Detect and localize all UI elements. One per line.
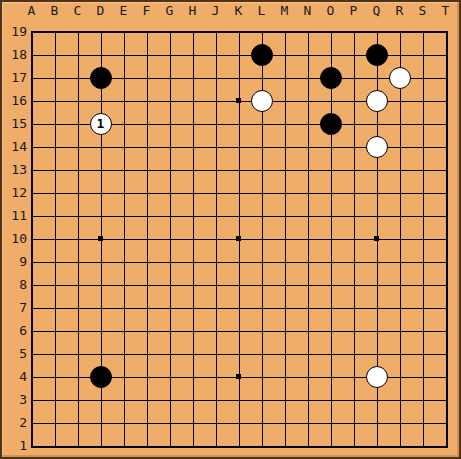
col-label-Q: Q bbox=[365, 3, 388, 18]
intersection-F13 bbox=[136, 159, 159, 182]
intersection-C4 bbox=[67, 366, 90, 389]
intersection-O14 bbox=[320, 136, 343, 159]
intersection-G19 bbox=[159, 21, 182, 44]
intersection-G4 bbox=[159, 366, 182, 389]
intersection-C9 bbox=[67, 251, 90, 274]
row-label-10: 10 bbox=[0, 231, 27, 246]
intersection-F10 bbox=[136, 228, 159, 251]
intersection-G18 bbox=[159, 44, 182, 67]
intersection-D11 bbox=[90, 205, 113, 228]
intersection-H8 bbox=[182, 274, 205, 297]
intersection-C2 bbox=[67, 412, 90, 435]
intersection-B9 bbox=[44, 251, 67, 274]
intersection-B5 bbox=[44, 343, 67, 366]
intersection-T10 bbox=[435, 228, 458, 251]
intersection-H19 bbox=[182, 21, 205, 44]
col-label-P: P bbox=[342, 3, 365, 18]
intersection-N6 bbox=[297, 320, 320, 343]
intersection-K14 bbox=[228, 136, 251, 159]
star-point-K4 bbox=[236, 374, 241, 379]
intersection-Q11 bbox=[366, 205, 389, 228]
intersection-M15 bbox=[274, 113, 297, 136]
intersection-B7 bbox=[44, 297, 67, 320]
intersection-L12 bbox=[251, 182, 274, 205]
intersection-K17 bbox=[228, 67, 251, 90]
intersection-B11 bbox=[44, 205, 67, 228]
intersection-R13 bbox=[389, 159, 412, 182]
intersection-K1 bbox=[228, 435, 251, 458]
intersection-F3 bbox=[136, 389, 159, 412]
intersection-K19 bbox=[228, 21, 251, 44]
intersection-G17 bbox=[159, 67, 182, 90]
intersection-O3 bbox=[320, 389, 343, 412]
intersection-B19 bbox=[44, 21, 67, 44]
intersection-L11 bbox=[251, 205, 274, 228]
intersection-C15 bbox=[67, 113, 90, 136]
intersection-P12 bbox=[343, 182, 366, 205]
col-label-D: D bbox=[89, 3, 112, 18]
intersection-M3 bbox=[274, 389, 297, 412]
intersection-C18 bbox=[67, 44, 90, 67]
intersection-S16 bbox=[412, 90, 435, 113]
intersection-B1 bbox=[44, 435, 67, 458]
intersection-B4 bbox=[44, 366, 67, 389]
col-label-E: E bbox=[112, 3, 135, 18]
intersection-G7 bbox=[159, 297, 182, 320]
intersection-E9 bbox=[113, 251, 136, 274]
intersection-C6 bbox=[67, 320, 90, 343]
intersection-F19 bbox=[136, 21, 159, 44]
intersection-R7 bbox=[389, 297, 412, 320]
intersection-E19 bbox=[113, 21, 136, 44]
col-label-S: S bbox=[411, 3, 434, 18]
row-label-5: 5 bbox=[0, 346, 27, 361]
intersection-H12 bbox=[182, 182, 205, 205]
intersection-P1 bbox=[343, 435, 366, 458]
intersection-T4 bbox=[435, 366, 458, 389]
intersection-B8 bbox=[44, 274, 67, 297]
intersection-S1 bbox=[412, 435, 435, 458]
intersection-O18 bbox=[320, 44, 343, 67]
intersection-Q9 bbox=[366, 251, 389, 274]
intersection-E18 bbox=[113, 44, 136, 67]
intersection-O13 bbox=[320, 159, 343, 182]
intersection-M13 bbox=[274, 159, 297, 182]
intersection-B14 bbox=[44, 136, 67, 159]
intersection-G9 bbox=[159, 251, 182, 274]
intersection-H5 bbox=[182, 343, 205, 366]
intersection-D5 bbox=[90, 343, 113, 366]
col-label-K: K bbox=[227, 3, 250, 18]
intersection-S5 bbox=[412, 343, 435, 366]
intersection-R2 bbox=[389, 412, 412, 435]
intersection-S13 bbox=[412, 159, 435, 182]
intersection-H18 bbox=[182, 44, 205, 67]
intersection-K15 bbox=[228, 113, 251, 136]
intersection-O4 bbox=[320, 366, 343, 389]
intersection-P11 bbox=[343, 205, 366, 228]
intersection-C17 bbox=[67, 67, 90, 90]
intersection-B6 bbox=[44, 320, 67, 343]
intersection-S7 bbox=[412, 297, 435, 320]
intersection-R9 bbox=[389, 251, 412, 274]
intersection-C16 bbox=[67, 90, 90, 113]
intersection-J13 bbox=[205, 159, 228, 182]
intersection-E15 bbox=[113, 113, 136, 136]
intersection-H4 bbox=[182, 366, 205, 389]
intersection-M16 bbox=[274, 90, 297, 113]
intersection-P8 bbox=[343, 274, 366, 297]
intersection-B3 bbox=[44, 389, 67, 412]
intersection-B13 bbox=[44, 159, 67, 182]
intersection-H2 bbox=[182, 412, 205, 435]
row-label-16: 16 bbox=[0, 93, 27, 108]
intersection-R19 bbox=[389, 21, 412, 44]
intersection-K2 bbox=[228, 412, 251, 435]
intersection-T8 bbox=[435, 274, 458, 297]
intersection-B16 bbox=[44, 90, 67, 113]
intersection-N15 bbox=[297, 113, 320, 136]
intersection-H15 bbox=[182, 113, 205, 136]
intersection-F8 bbox=[136, 274, 159, 297]
intersection-G16 bbox=[159, 90, 182, 113]
intersection-M9 bbox=[274, 251, 297, 274]
intersection-D13 bbox=[90, 159, 113, 182]
intersection-N8 bbox=[297, 274, 320, 297]
row-label-4: 4 bbox=[0, 369, 27, 384]
intersection-K12 bbox=[228, 182, 251, 205]
intersection-K18 bbox=[228, 44, 251, 67]
intersection-T5 bbox=[435, 343, 458, 366]
intersection-D8 bbox=[90, 274, 113, 297]
col-label-O: O bbox=[319, 3, 342, 18]
intersection-E12 bbox=[113, 182, 136, 205]
intersection-N18 bbox=[297, 44, 320, 67]
intersection-O10 bbox=[320, 228, 343, 251]
intersection-E5 bbox=[113, 343, 136, 366]
intersection-M19 bbox=[274, 21, 297, 44]
star-point-K16 bbox=[236, 98, 241, 103]
stone-black-L18 bbox=[251, 44, 273, 66]
intersection-G13 bbox=[159, 159, 182, 182]
intersection-O1 bbox=[320, 435, 343, 458]
intersection-H14 bbox=[182, 136, 205, 159]
stone-white-Q16 bbox=[366, 90, 388, 112]
intersection-Q7 bbox=[366, 297, 389, 320]
intersection-T2 bbox=[435, 412, 458, 435]
intersection-M17 bbox=[274, 67, 297, 90]
stone-white-L16 bbox=[251, 90, 273, 112]
col-label-R: R bbox=[388, 3, 411, 18]
intersection-Q12 bbox=[366, 182, 389, 205]
intersection-F11 bbox=[136, 205, 159, 228]
stone-white-Q4 bbox=[366, 366, 388, 388]
intersection-R14 bbox=[389, 136, 412, 159]
intersection-O9 bbox=[320, 251, 343, 274]
intersection-D16 bbox=[90, 90, 113, 113]
intersection-K5 bbox=[228, 343, 251, 366]
intersection-C5 bbox=[67, 343, 90, 366]
col-label-M: M bbox=[273, 3, 296, 18]
row-label-3: 3 bbox=[0, 392, 27, 407]
intersection-M5 bbox=[274, 343, 297, 366]
intersection-J5 bbox=[205, 343, 228, 366]
intersection-Q3 bbox=[366, 389, 389, 412]
intersection-J3 bbox=[205, 389, 228, 412]
row-label-14: 14 bbox=[0, 139, 27, 154]
intersection-Q19 bbox=[366, 21, 389, 44]
intersection-K11 bbox=[228, 205, 251, 228]
intersection-N19 bbox=[297, 21, 320, 44]
intersection-C14 bbox=[67, 136, 90, 159]
intersection-M1 bbox=[274, 435, 297, 458]
intersection-F6 bbox=[136, 320, 159, 343]
intersection-P14 bbox=[343, 136, 366, 159]
col-label-L: L bbox=[250, 3, 273, 18]
col-label-H: H bbox=[181, 3, 204, 18]
intersection-J2 bbox=[205, 412, 228, 435]
intersection-J8 bbox=[205, 274, 228, 297]
intersection-R4 bbox=[389, 366, 412, 389]
intersection-L9 bbox=[251, 251, 274, 274]
intersection-T7 bbox=[435, 297, 458, 320]
intersection-T3 bbox=[435, 389, 458, 412]
intersection-S6 bbox=[412, 320, 435, 343]
intersection-O6 bbox=[320, 320, 343, 343]
intersection-F12 bbox=[136, 182, 159, 205]
intersection-G3 bbox=[159, 389, 182, 412]
intersection-G6 bbox=[159, 320, 182, 343]
row-label-8: 8 bbox=[0, 277, 27, 292]
intersection-M10 bbox=[274, 228, 297, 251]
intersection-E6 bbox=[113, 320, 136, 343]
intersection-E1 bbox=[113, 435, 136, 458]
intersection-S2 bbox=[412, 412, 435, 435]
intersection-N2 bbox=[297, 412, 320, 435]
star-point-Q10 bbox=[374, 236, 379, 241]
intersection-E8 bbox=[113, 274, 136, 297]
intersection-N13 bbox=[297, 159, 320, 182]
intersection-F9 bbox=[136, 251, 159, 274]
intersection-L1 bbox=[251, 435, 274, 458]
intersection-J16 bbox=[205, 90, 228, 113]
intersection-F7 bbox=[136, 297, 159, 320]
intersection-L17 bbox=[251, 67, 274, 90]
col-label-F: F bbox=[135, 3, 158, 18]
intersection-O2 bbox=[320, 412, 343, 435]
row-label-18: 18 bbox=[0, 47, 27, 62]
intersection-L7 bbox=[251, 297, 274, 320]
intersection-D6 bbox=[90, 320, 113, 343]
intersection-T16 bbox=[435, 90, 458, 113]
intersection-T11 bbox=[435, 205, 458, 228]
intersection-E10 bbox=[113, 228, 136, 251]
intersection-B2 bbox=[44, 412, 67, 435]
intersection-M7 bbox=[274, 297, 297, 320]
intersection-G10 bbox=[159, 228, 182, 251]
intersection-H11 bbox=[182, 205, 205, 228]
intersection-T13 bbox=[435, 159, 458, 182]
intersection-L4 bbox=[251, 366, 274, 389]
intersection-Q8 bbox=[366, 274, 389, 297]
intersection-L14 bbox=[251, 136, 274, 159]
intersection-S11 bbox=[412, 205, 435, 228]
intersection-D2 bbox=[90, 412, 113, 435]
intersection-H6 bbox=[182, 320, 205, 343]
intersection-P4 bbox=[343, 366, 366, 389]
intersection-P7 bbox=[343, 297, 366, 320]
stone-white-R17 bbox=[389, 67, 411, 89]
intersection-O8 bbox=[320, 274, 343, 297]
intersection-L19 bbox=[251, 21, 274, 44]
intersection-P3 bbox=[343, 389, 366, 412]
intersection-H9 bbox=[182, 251, 205, 274]
star-point-D10 bbox=[98, 236, 103, 241]
intersection-E7 bbox=[113, 297, 136, 320]
intersection-M8 bbox=[274, 274, 297, 297]
intersection-S15 bbox=[412, 113, 435, 136]
intersection-J14 bbox=[205, 136, 228, 159]
intersection-H7 bbox=[182, 297, 205, 320]
intersection-H13 bbox=[182, 159, 205, 182]
intersection-G5 bbox=[159, 343, 182, 366]
intersection-L8 bbox=[251, 274, 274, 297]
move-number-label: 1 bbox=[97, 117, 105, 130]
intersection-M4 bbox=[274, 366, 297, 389]
intersection-Q6 bbox=[366, 320, 389, 343]
row-label-2: 2 bbox=[0, 415, 27, 430]
intersection-J17 bbox=[205, 67, 228, 90]
intersection-K13 bbox=[228, 159, 251, 182]
intersection-E4 bbox=[113, 366, 136, 389]
intersection-M6 bbox=[274, 320, 297, 343]
intersection-C8 bbox=[67, 274, 90, 297]
intersection-M2 bbox=[274, 412, 297, 435]
intersection-Q5 bbox=[366, 343, 389, 366]
intersection-T14 bbox=[435, 136, 458, 159]
intersection-Q13 bbox=[366, 159, 389, 182]
intersection-P17 bbox=[343, 67, 366, 90]
stone-black-O15 bbox=[320, 113, 342, 135]
intersection-F4 bbox=[136, 366, 159, 389]
intersection-D3 bbox=[90, 389, 113, 412]
intersection-T9 bbox=[435, 251, 458, 274]
intersection-R16 bbox=[389, 90, 412, 113]
intersection-P15 bbox=[343, 113, 366, 136]
intersection-D12 bbox=[90, 182, 113, 205]
intersection-J9 bbox=[205, 251, 228, 274]
intersection-D19 bbox=[90, 21, 113, 44]
row-label-7: 7 bbox=[0, 300, 27, 315]
intersection-J6 bbox=[205, 320, 228, 343]
intersection-J18 bbox=[205, 44, 228, 67]
intersection-E13 bbox=[113, 159, 136, 182]
intersection-R18 bbox=[389, 44, 412, 67]
intersection-C7 bbox=[67, 297, 90, 320]
intersection-P16 bbox=[343, 90, 366, 113]
row-label-15: 15 bbox=[0, 116, 27, 131]
intersection-O7 bbox=[320, 297, 343, 320]
intersection-H3 bbox=[182, 389, 205, 412]
intersection-Q1 bbox=[366, 435, 389, 458]
intersection-F5 bbox=[136, 343, 159, 366]
intersection-L13 bbox=[251, 159, 274, 182]
intersection-L10 bbox=[251, 228, 274, 251]
row-label-6: 6 bbox=[0, 323, 27, 338]
intersection-J15 bbox=[205, 113, 228, 136]
intersection-M14 bbox=[274, 136, 297, 159]
intersection-C12 bbox=[67, 182, 90, 205]
intersection-R11 bbox=[389, 205, 412, 228]
intersection-H17 bbox=[182, 67, 205, 90]
star-point-K10 bbox=[236, 236, 241, 241]
intersection-S8 bbox=[412, 274, 435, 297]
intersection-F14 bbox=[136, 136, 159, 159]
intersection-N4 bbox=[297, 366, 320, 389]
intersection-O12 bbox=[320, 182, 343, 205]
intersection-C13 bbox=[67, 159, 90, 182]
intersection-Q17 bbox=[366, 67, 389, 90]
intersection-O5 bbox=[320, 343, 343, 366]
intersection-L5 bbox=[251, 343, 274, 366]
intersection-P19 bbox=[343, 21, 366, 44]
intersection-E11 bbox=[113, 205, 136, 228]
intersection-L15 bbox=[251, 113, 274, 136]
intersection-G1 bbox=[159, 435, 182, 458]
intersection-E17 bbox=[113, 67, 136, 90]
intersection-C19 bbox=[67, 21, 90, 44]
intersection-M11 bbox=[274, 205, 297, 228]
row-label-1: 1 bbox=[0, 438, 27, 453]
intersection-J19 bbox=[205, 21, 228, 44]
intersection-N14 bbox=[297, 136, 320, 159]
col-label-N: N bbox=[296, 3, 319, 18]
intersection-N10 bbox=[297, 228, 320, 251]
intersection-P18 bbox=[343, 44, 366, 67]
intersection-G11 bbox=[159, 205, 182, 228]
intersection-L3 bbox=[251, 389, 274, 412]
intersection-C11 bbox=[67, 205, 90, 228]
intersection-B10 bbox=[44, 228, 67, 251]
intersection-F2 bbox=[136, 412, 159, 435]
intersection-O11 bbox=[320, 205, 343, 228]
intersection-E3 bbox=[113, 389, 136, 412]
intersection-S9 bbox=[412, 251, 435, 274]
intersection-B15 bbox=[44, 113, 67, 136]
stone-black-Q18 bbox=[366, 44, 388, 66]
intersection-R8 bbox=[389, 274, 412, 297]
intersection-K9 bbox=[228, 251, 251, 274]
intersection-T15 bbox=[435, 113, 458, 136]
intersection-L6 bbox=[251, 320, 274, 343]
col-label-B: B bbox=[43, 3, 66, 18]
intersection-J4 bbox=[205, 366, 228, 389]
intersection-N1 bbox=[297, 435, 320, 458]
intersection-N3 bbox=[297, 389, 320, 412]
stone-white-Q14 bbox=[366, 136, 388, 158]
intersection-F18 bbox=[136, 44, 159, 67]
intersection-B12 bbox=[44, 182, 67, 205]
intersection-R3 bbox=[389, 389, 412, 412]
intersection-R12 bbox=[389, 182, 412, 205]
intersection-F17 bbox=[136, 67, 159, 90]
row-label-17: 17 bbox=[0, 70, 27, 85]
stone-black-D4 bbox=[90, 366, 112, 388]
intersection-G15 bbox=[159, 113, 182, 136]
intersection-O19 bbox=[320, 21, 343, 44]
intersection-D14 bbox=[90, 136, 113, 159]
intersection-G2 bbox=[159, 412, 182, 435]
